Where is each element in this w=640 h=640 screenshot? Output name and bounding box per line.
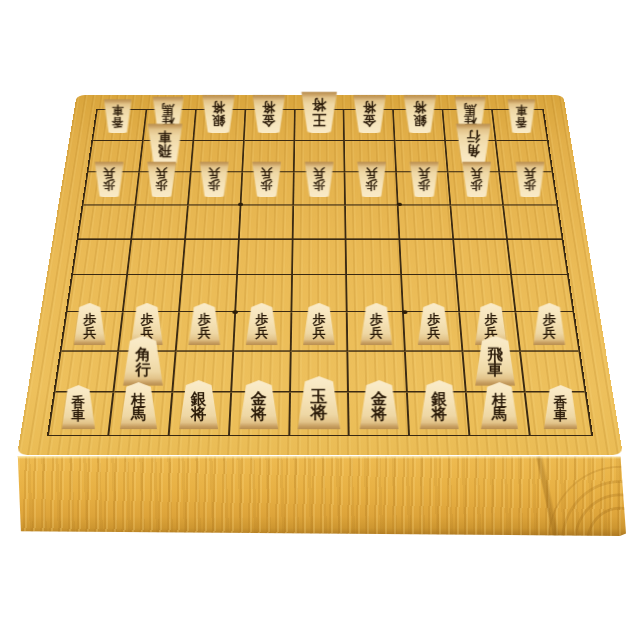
piece-body: 桂馬 <box>479 382 518 429</box>
piece-kanji: 歩兵 <box>104 167 116 195</box>
square-r3c8[interactable]: 歩兵 <box>449 173 504 206</box>
piece-knight-sente[interactable]: 桂馬 <box>479 382 518 429</box>
piece-kanji: 角行 <box>466 130 479 161</box>
piece-kanji: 歩兵 <box>156 167 168 195</box>
square-r9c5[interactable]: 玉将 <box>290 392 350 435</box>
piece-kanji: 金将 <box>363 100 376 130</box>
piece-kanji: 銀将 <box>191 387 207 423</box>
square-r3c1[interactable]: 歩兵 <box>83 173 139 206</box>
square-r7c7[interactable]: 歩兵 <box>404 312 463 351</box>
piece-kanji: 歩兵 <box>365 167 377 195</box>
piece-body: 歩兵 <box>146 161 177 200</box>
square-r4c7[interactable] <box>399 205 454 239</box>
piece-rook-sente[interactable]: 飛車 <box>474 335 516 385</box>
square-r4c8[interactable] <box>451 205 508 239</box>
piece-body: 香車 <box>542 385 577 429</box>
piece-gold-gote[interactable]: 金将 <box>352 95 387 136</box>
piece-kanji: 歩兵 <box>255 309 268 339</box>
piece-kanji: 金将 <box>371 387 387 423</box>
piece-gold-gote[interactable]: 金将 <box>252 95 287 136</box>
piece-body: 金将 <box>238 380 279 429</box>
shogi-scene: 香車桂馬銀将金将王将金将銀将桂馬香車飛車角行歩兵歩兵歩兵歩兵歩兵歩兵歩兵歩兵歩兵… <box>0 0 640 640</box>
piece-silver-gote[interactable]: 銀将 <box>201 95 236 136</box>
square-r4c3[interactable] <box>186 205 241 239</box>
square-r5c7[interactable] <box>401 239 458 275</box>
piece-kanji: 歩兵 <box>313 167 325 195</box>
square-r4c4[interactable] <box>239 205 293 239</box>
square-r5c4[interactable] <box>238 239 293 275</box>
square-r9c9[interactable]: 香車 <box>526 392 591 435</box>
piece-gold-sente[interactable]: 金将 <box>358 380 399 429</box>
piece-body: 玉将 <box>296 376 341 429</box>
piece-kanji: 香車 <box>72 391 86 423</box>
square-r1c3[interactable]: 銀将 <box>194 110 246 141</box>
piece-body: 金将 <box>252 95 287 136</box>
piece-body: 歩兵 <box>251 161 282 200</box>
board-front-face <box>16 456 626 536</box>
piece-kanji: 桂馬 <box>492 389 507 423</box>
square-r5c3[interactable] <box>183 239 240 275</box>
piece-kanji: 銀将 <box>413 100 426 130</box>
piece-body: 飛車 <box>474 335 516 385</box>
piece-pawn-gote[interactable]: 歩兵 <box>251 161 282 200</box>
square-r1c1[interactable]: 香車 <box>93 110 147 141</box>
piece-kanji: 金将 <box>251 387 267 423</box>
piece-kanji: 金将 <box>262 100 275 130</box>
piece-king-gote[interactable]: 王将 <box>300 92 338 137</box>
piece-kanji: 銀将 <box>212 100 225 130</box>
piece-pawn-gote[interactable]: 歩兵 <box>304 161 335 200</box>
piece-body: 歩兵 <box>302 303 336 345</box>
square-r7c3[interactable]: 歩兵 <box>176 312 235 351</box>
square-r9c6[interactable]: 金将 <box>349 392 410 435</box>
piece-body: 歩兵 <box>245 303 279 345</box>
piece-kanji: 飛車 <box>487 343 502 379</box>
piece-body: 銀将 <box>418 380 459 429</box>
piece-kanji: 角行 <box>136 343 151 379</box>
piece-pawn-gote[interactable]: 歩兵 <box>356 161 387 200</box>
piece-pawn-gote[interactable]: 歩兵 <box>199 161 230 200</box>
square-r7c6[interactable]: 歩兵 <box>348 312 406 351</box>
board-grid-area: 香車桂馬銀将金将王将金将銀将桂馬香車飛車角行歩兵歩兵歩兵歩兵歩兵歩兵歩兵歩兵歩兵… <box>47 109 593 436</box>
square-r3c2[interactable]: 歩兵 <box>136 173 191 206</box>
square-r5c2[interactable] <box>128 239 186 275</box>
piece-pawn-gote[interactable]: 歩兵 <box>94 161 125 200</box>
square-r9c3[interactable]: 銀将 <box>169 392 231 435</box>
square-r3c7[interactable]: 歩兵 <box>397 173 451 206</box>
piece-body: 歩兵 <box>199 161 230 200</box>
board-grid: 香車桂馬銀将金将王将金将銀将桂馬香車飛車角行歩兵歩兵歩兵歩兵歩兵歩兵歩兵歩兵歩兵… <box>47 109 593 436</box>
piece-kanji: 銀将 <box>431 387 447 423</box>
piece-body: 歩兵 <box>408 161 439 200</box>
piece-body: 歩兵 <box>514 161 545 200</box>
square-r3c5[interactable]: 歩兵 <box>294 173 347 206</box>
square-r4c1[interactable] <box>78 205 136 239</box>
square-r1c9[interactable]: 香車 <box>493 110 547 141</box>
square-r3c6[interactable]: 歩兵 <box>346 173 399 206</box>
piece-lance-sente[interactable]: 香車 <box>61 385 96 429</box>
square-r5c6[interactable] <box>347 239 402 275</box>
piece-body: 銀将 <box>201 95 236 136</box>
piece-kanji: 歩兵 <box>261 167 273 195</box>
square-r4c6[interactable] <box>346 205 400 239</box>
piece-kanji: 桂馬 <box>131 389 146 423</box>
piece-silver-sente[interactable]: 銀将 <box>178 380 219 429</box>
piece-body: 香車 <box>506 99 536 136</box>
piece-pawn-gote[interactable]: 歩兵 <box>146 161 177 200</box>
square-r1c4[interactable]: 金将 <box>244 110 295 141</box>
piece-body: 金将 <box>352 95 387 136</box>
piece-body: 王将 <box>300 92 338 137</box>
square-r3c3[interactable]: 歩兵 <box>189 173 243 206</box>
square-r3c9[interactable]: 歩兵 <box>500 173 556 206</box>
square-r1c7[interactable]: 銀将 <box>394 110 446 141</box>
piece-body: 歩兵 <box>188 303 222 345</box>
piece-kanji: 歩兵 <box>484 309 497 339</box>
piece-lance-gote[interactable]: 香車 <box>506 99 536 136</box>
square-r4c9[interactable] <box>504 205 562 239</box>
piece-kanji: 歩兵 <box>208 167 220 195</box>
piece-pawn-gote[interactable]: 歩兵 <box>461 161 492 200</box>
square-r7c4[interactable]: 歩兵 <box>234 312 292 351</box>
piece-kanji: 歩兵 <box>470 167 482 195</box>
piece-body: 歩兵 <box>461 161 492 200</box>
shogi-board-top: 香車桂馬銀将金将王将金将銀将桂馬香車飛車角行歩兵歩兵歩兵歩兵歩兵歩兵歩兵歩兵歩兵… <box>17 95 623 455</box>
piece-kanji: 歩兵 <box>312 309 325 339</box>
square-r5c8[interactable] <box>454 239 512 275</box>
piece-kanji: 歩兵 <box>370 309 383 339</box>
square-r3c4[interactable]: 歩兵 <box>241 173 294 206</box>
square-r4c5[interactable] <box>293 205 347 239</box>
piece-kanji: 歩兵 <box>418 167 430 195</box>
square-r9c8[interactable]: 桂馬 <box>467 392 531 435</box>
piece-kanji: 歩兵 <box>427 309 440 339</box>
square-r9c2[interactable]: 桂馬 <box>109 392 173 435</box>
piece-body: 歩兵 <box>94 161 125 200</box>
piece-body: 歩兵 <box>356 161 387 200</box>
piece-body: 金将 <box>358 380 399 429</box>
piece-body: 角行 <box>122 335 164 385</box>
piece-kanji: 飛車 <box>158 130 171 161</box>
piece-body: 香車 <box>61 385 96 429</box>
piece-silver-gote[interactable]: 銀将 <box>402 95 437 136</box>
piece-bishop-sente[interactable]: 角行 <box>122 335 164 385</box>
piece-pawn-sente[interactable]: 歩兵 <box>245 303 279 345</box>
piece-kanji: 香車 <box>515 104 527 131</box>
piece-body: 歩兵 <box>304 161 335 200</box>
piece-body: 香車 <box>103 99 133 136</box>
piece-body: 歩兵 <box>73 303 107 345</box>
piece-kanji: 歩兵 <box>141 309 154 339</box>
square-r7c5[interactable]: 歩兵 <box>291 312 348 351</box>
piece-body: 銀将 <box>178 380 219 429</box>
square-r9c4[interactable]: 金将 <box>230 392 291 435</box>
piece-body: 銀将 <box>402 95 437 136</box>
piece-kanji: 香車 <box>112 104 124 131</box>
piece-kanji: 王将 <box>312 98 326 130</box>
square-r4c2[interactable] <box>132 205 189 239</box>
square-r5c1[interactable] <box>73 239 132 275</box>
piece-body: 歩兵 <box>417 303 451 345</box>
piece-pawn-sente[interactable]: 歩兵 <box>73 303 107 345</box>
piece-body: 歩兵 <box>359 303 393 345</box>
piece-kanji: 玉将 <box>311 383 328 422</box>
square-r1c6[interactable]: 金将 <box>345 110 396 141</box>
piece-knight-sente[interactable]: 桂馬 <box>119 382 158 429</box>
piece-gold-sente[interactable]: 金将 <box>238 380 279 429</box>
piece-king-sente[interactable]: 玉将 <box>296 376 341 429</box>
piece-pawn-gote[interactable]: 歩兵 <box>514 161 545 200</box>
square-r5c5[interactable] <box>293 239 348 275</box>
piece-pawn-sente[interactable]: 歩兵 <box>188 303 222 345</box>
piece-body: 歩兵 <box>532 303 566 345</box>
piece-pawn-sente[interactable]: 歩兵 <box>359 303 393 345</box>
square-r9c7[interactable]: 銀将 <box>408 392 470 435</box>
piece-body: 桂馬 <box>119 382 158 429</box>
piece-silver-sente[interactable]: 銀将 <box>418 380 459 429</box>
piece-lance-sente[interactable]: 香車 <box>542 385 577 429</box>
piece-kanji: 香車 <box>553 391 567 423</box>
square-r9c1[interactable]: 香車 <box>49 392 114 435</box>
piece-pawn-sente[interactable]: 歩兵 <box>417 303 451 345</box>
square-r7c9[interactable]: 歩兵 <box>516 312 578 351</box>
piece-kanji: 歩兵 <box>198 309 211 339</box>
piece-kanji: 歩兵 <box>542 309 555 339</box>
piece-pawn-sente[interactable]: 歩兵 <box>532 303 566 345</box>
piece-pawn-gote[interactable]: 歩兵 <box>408 161 439 200</box>
square-r1c5[interactable]: 王将 <box>295 110 345 141</box>
piece-pawn-sente[interactable]: 歩兵 <box>302 303 336 345</box>
piece-lance-gote[interactable]: 香車 <box>103 99 133 136</box>
piece-kanji: 歩兵 <box>84 309 97 339</box>
square-r7c1[interactable]: 歩兵 <box>62 312 124 351</box>
square-r5c9[interactable] <box>508 239 567 275</box>
piece-kanji: 歩兵 <box>524 167 536 195</box>
